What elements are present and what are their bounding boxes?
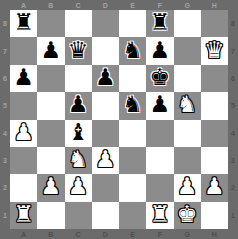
black-pawn: ♟ [13,66,34,89]
black-pawn: ♟ [95,66,116,89]
square-c7[interactable]: ♛ [65,37,92,64]
square-a2[interactable] [10,174,37,201]
square-c6[interactable] [65,65,92,92]
square-d7[interactable] [92,37,119,64]
square-a4[interactable]: ♟ [10,120,37,147]
square-g6[interactable] [174,65,201,92]
rank-label-6-left: 6 [0,65,10,92]
square-f5[interactable]: ♟ [146,92,173,119]
white-pawn: ♟ [204,175,225,198]
square-d6[interactable]: ♟ [92,65,119,92]
file-label-h-top: H [201,0,228,10]
file-label-a-top: A [10,0,37,10]
square-e8[interactable] [119,10,146,37]
square-b8[interactable] [37,10,64,37]
square-h7[interactable]: ♛ [201,37,228,64]
square-e4[interactable] [119,120,146,147]
file-labels-bottom: ABCDEFGH [10,229,228,239]
square-g3[interactable] [174,147,201,174]
rank-labels-right: 87654321 [228,10,238,229]
file-label-d-top: D [92,0,119,10]
square-g4[interactable] [174,120,201,147]
rank-label-1-left: 1 [0,202,10,229]
white-pawn: ♟ [177,175,198,198]
square-c1[interactable] [65,202,92,229]
black-king: ♚ [150,66,171,89]
rank-label-1-right: 1 [228,202,238,229]
square-h4[interactable] [201,120,228,147]
file-label-c-bottom: C [65,229,92,239]
file-label-g-bottom: G [174,229,201,239]
square-a1[interactable]: ♜ [10,202,37,229]
white-rook: ♜ [13,203,34,226]
chess-board-frame: ABCDEFGH ABCDEFGH 87654321 87654321 ♜♜♟♛… [0,0,238,239]
file-label-c-top: C [65,0,92,10]
file-label-b-bottom: B [37,229,64,239]
rank-label-2-left: 2 [0,174,10,201]
square-e6[interactable] [119,65,146,92]
square-c2[interactable]: ♟ [65,174,92,201]
rank-label-3-left: 3 [0,147,10,174]
file-label-d-bottom: D [92,229,119,239]
black-bishop: ♝ [68,121,89,144]
white-pawn: ♟ [68,175,89,198]
white-queen: ♛ [204,39,225,62]
rank-labels-left: 87654321 [0,10,10,229]
square-b3[interactable] [37,147,64,174]
square-d8[interactable] [92,10,119,37]
file-labels-top: ABCDEFGH [10,0,228,10]
square-e7[interactable]: ♞ [119,37,146,64]
square-b5[interactable] [37,92,64,119]
rank-label-6-right: 6 [228,65,238,92]
black-pawn: ♟ [68,93,89,116]
square-a8[interactable]: ♜ [10,10,37,37]
white-knight: ♞ [68,148,89,171]
white-rook: ♜ [150,203,171,226]
square-b7[interactable]: ♟ [37,37,64,64]
file-label-e-bottom: E [119,229,146,239]
file-label-h-bottom: H [201,229,228,239]
square-a6[interactable]: ♟ [10,65,37,92]
white-knight: ♞ [177,93,198,116]
square-d1[interactable] [92,202,119,229]
black-knight: ♞ [122,93,143,116]
rank-label-7-right: 7 [228,37,238,64]
square-a3[interactable] [10,147,37,174]
square-c3[interactable]: ♞ [65,147,92,174]
square-f2[interactable] [146,174,173,201]
square-h5[interactable] [201,92,228,119]
rank-label-2-right: 2 [228,174,238,201]
square-a5[interactable] [10,92,37,119]
square-d4[interactable] [92,120,119,147]
square-b2[interactable]: ♟ [37,174,64,201]
square-b4[interactable] [37,120,64,147]
white-king: ♚ [177,203,198,226]
square-b1[interactable] [37,202,64,229]
rank-label-4-right: 4 [228,120,238,147]
black-queen: ♛ [68,39,89,62]
square-d5[interactable] [92,92,119,119]
white-pawn: ♟ [95,148,116,171]
square-e2[interactable] [119,174,146,201]
file-label-g-top: G [174,0,201,10]
white-pawn: ♟ [41,175,62,198]
square-f3[interactable] [146,147,173,174]
square-c4[interactable]: ♝ [65,120,92,147]
square-c8[interactable] [65,10,92,37]
black-rook: ♜ [150,11,171,34]
square-f4[interactable] [146,120,173,147]
rank-label-8-left: 8 [0,10,10,37]
black-pawn: ♟ [150,93,171,116]
square-f7[interactable]: ♟ [146,37,173,64]
black-pawn: ♟ [41,39,62,62]
chess-board: ♜♜♟♛♞♟♛♟♟♚♟♞♟♞♟♝♞♟♟♟♟♟♜♜♚ [10,10,228,229]
square-g8[interactable] [174,10,201,37]
file-label-f-top: F [146,0,173,10]
square-f6[interactable]: ♚ [146,65,173,92]
white-pawn: ♟ [13,121,34,144]
square-f8[interactable]: ♜ [146,10,173,37]
square-h3[interactable] [201,147,228,174]
rank-label-8-right: 8 [228,10,238,37]
square-h2[interactable]: ♟ [201,174,228,201]
file-label-b-top: B [37,0,64,10]
rank-label-5-right: 5 [228,92,238,119]
square-h6[interactable] [201,65,228,92]
black-knight: ♞ [122,39,143,62]
square-b6[interactable] [37,65,64,92]
file-label-e-top: E [119,0,146,10]
black-pawn: ♟ [150,39,171,62]
square-c5[interactable]: ♟ [65,92,92,119]
file-label-a-bottom: A [10,229,37,239]
rank-label-7-left: 7 [0,37,10,64]
square-g7[interactable] [174,37,201,64]
square-d2[interactable] [92,174,119,201]
black-rook: ♜ [13,11,34,34]
square-g2[interactable]: ♟ [174,174,201,201]
square-e5[interactable]: ♞ [119,92,146,119]
square-e1[interactable] [119,202,146,229]
square-h8[interactable] [201,10,228,37]
file-label-f-bottom: F [146,229,173,239]
rank-label-5-left: 5 [0,92,10,119]
square-e3[interactable] [119,147,146,174]
rank-label-4-left: 4 [0,120,10,147]
square-g1[interactable]: ♚ [174,202,201,229]
square-a7[interactable] [10,37,37,64]
square-f1[interactable]: ♜ [146,202,173,229]
square-h1[interactable] [201,202,228,229]
square-d3[interactable]: ♟ [92,147,119,174]
rank-label-3-right: 3 [228,147,238,174]
square-g5[interactable]: ♞ [174,92,201,119]
